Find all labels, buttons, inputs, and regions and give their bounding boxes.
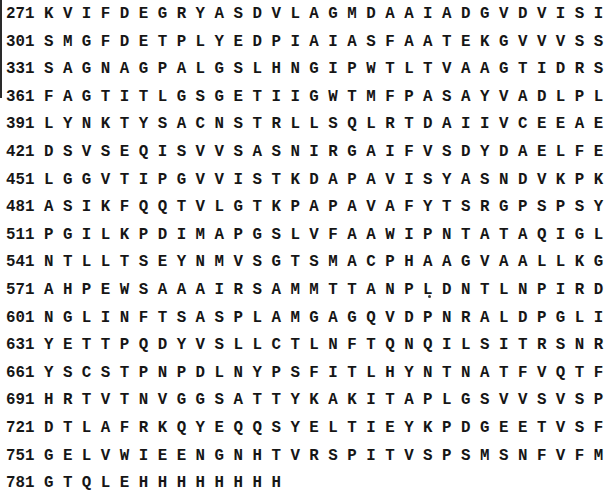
residue-start-number: 451 xyxy=(6,171,34,189)
residue-start-number: 541 xyxy=(6,253,34,271)
sequence-row: 361 F A G T I T L G S G E T I I G W T M … xyxy=(6,84,609,112)
sequence-row: 571 A H P E W S A A A I R S A M M T T A … xyxy=(6,277,609,305)
residue-start-number: 361 xyxy=(6,88,34,106)
residue-start-number: 661 xyxy=(6,364,34,382)
residue-letters: A H P E W S A A A I R S A M M T T A N P … xyxy=(34,281,603,299)
residue-start-number: 721 xyxy=(6,419,34,437)
sequence-row: 751 G E L V W I E E N G N H T V R S P I … xyxy=(6,443,609,471)
residue-start-number: 301 xyxy=(6,33,34,51)
residue-letters: N T L L T S E Y N M V S G T S M A C P H … xyxy=(34,253,603,271)
residue-letters: G T Q L E H H H H H H H H xyxy=(34,474,280,492)
residue-start-number: 631 xyxy=(6,336,34,354)
sequence-row: 691 H R T V T N V G G S A T T Y K A K I … xyxy=(6,387,609,415)
sequence-row: 661 Y S C S T P N P D L N Y P S F I T L … xyxy=(6,360,609,388)
residue-letters: N G L I N F T S A S P L A M G A G Q V D … xyxy=(34,309,603,327)
scan-edge-artifact xyxy=(0,0,2,98)
residue-start-number: 571 xyxy=(6,281,34,299)
residue-letters: P G I L K P D I M A P G S L V F A A W I … xyxy=(34,226,603,244)
sequence-row: 421 D S V S E Q I S V V S A S N I R G A … xyxy=(6,139,609,167)
sequence-row: 331 S A G N A G P A L G S L H N G I P W … xyxy=(6,56,609,84)
sequence-row: 301 S M G F D E T P L Y E D P I A I A S … xyxy=(6,29,609,57)
residue-letters: S A G N A G P A L G S L H N G I P W T L … xyxy=(34,60,603,78)
residue-letters: Y E T T P Q D Y V S L L C T L N F T Q N … xyxy=(34,336,603,354)
residue-start-number: 511 xyxy=(6,226,34,244)
residue-letters: A S I K F Q Q T V L G T K P A P A V A F … xyxy=(34,198,603,216)
residue-letters: H R T V T N V G G S A T T Y K A K I T A … xyxy=(34,391,603,409)
residue-start-number: 781 xyxy=(6,474,34,492)
residue-start-number: 751 xyxy=(6,447,34,465)
residue-letters: K V I F D E G R Y A S D V L A G M D A A … xyxy=(34,5,603,23)
residue-start-number: 271 xyxy=(6,5,34,23)
residue-start-number: 601 xyxy=(6,309,34,327)
residue-start-number: 331 xyxy=(6,60,34,78)
sequence-row: 601 N G L I N F T S A S P L A M G A G Q … xyxy=(6,305,609,333)
residue-letters: S M G F D E T P L Y E D P I A I A S F A … xyxy=(34,33,603,51)
sequence-row: 781 G T Q L E H H H H H H H H xyxy=(6,470,609,498)
sequence-row: 541 N T L L T S E Y N M V S G T S M A C … xyxy=(6,249,609,277)
sequence-row: 391 L Y N K T Y S A C N S T R L L S Q L … xyxy=(6,111,609,139)
residue-letters: Y S C S T P N P D L N Y P S F I T L H Y … xyxy=(34,364,603,382)
scan-speck-artifact xyxy=(428,295,431,298)
residue-letters: L Y N K T Y S A C N S T R L L S Q L R T … xyxy=(34,115,603,133)
sequence-row: 451 L G G V T I P G V V I S T K D A P A … xyxy=(6,167,609,195)
sequence-row: 721 D T L A F R K Q Y E Q Q S Y E L T I … xyxy=(6,415,609,443)
sequence-listing-page: 271 K V I F D E G R Y A S D V L A G M D … xyxy=(0,0,609,500)
residue-start-number: 481 xyxy=(6,198,34,216)
residue-letters: F A G T I T L G S G E T I I G W T M F P … xyxy=(34,88,603,106)
residue-letters: L G G V T I P G V V I S T K D A P A V I … xyxy=(34,171,603,189)
sequence-row: 631 Y E T T P Q D Y V S L L C T L N F T … xyxy=(6,332,609,360)
residue-start-number: 691 xyxy=(6,391,34,409)
residue-letters: D T L A F R K Q Y E Q Q S Y E L T I E Y … xyxy=(34,419,603,437)
residue-letters: D S V S E Q I S V V S A S N I R G A I F … xyxy=(34,143,603,161)
sequence-row: 511 P G I L K P D I M A P G S L V F A A … xyxy=(6,222,609,250)
residue-start-number: 391 xyxy=(6,115,34,133)
sequence-row: 271 K V I F D E G R Y A S D V L A G M D … xyxy=(6,1,609,29)
sequence-rows: 271 K V I F D E G R Y A S D V L A G M D … xyxy=(6,1,609,498)
sequence-row: 481 A S I K F Q Q T V L G T K P A P A V … xyxy=(6,194,609,222)
residue-start-number: 421 xyxy=(6,143,34,161)
residue-letters: G E L V W I E E N G N H T V R S P I T V … xyxy=(34,447,603,465)
